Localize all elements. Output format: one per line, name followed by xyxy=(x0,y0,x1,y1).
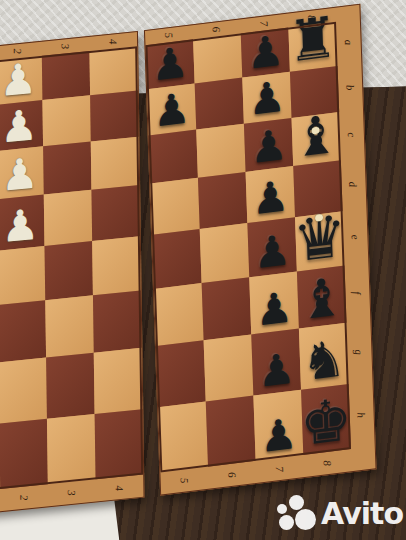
piece-black-pawn-g7[interactable]: ♟ xyxy=(257,347,296,394)
square-c3[interactable] xyxy=(43,142,91,195)
square-e6[interactable] xyxy=(200,223,250,283)
piece-black-pawn-b5[interactable]: ♟ xyxy=(152,87,191,134)
square-g2[interactable] xyxy=(0,358,47,424)
piece-black-pawn-f7[interactable]: ♟ xyxy=(255,286,294,333)
square-e5[interactable] xyxy=(152,229,202,289)
avito-watermark: Avito xyxy=(276,495,403,531)
square-g6[interactable] xyxy=(204,334,254,401)
square-a6[interactable] xyxy=(193,33,242,83)
square-f5[interactable] xyxy=(154,283,204,346)
square-b4[interactable] xyxy=(90,90,138,141)
avito-watermark-text: Avito xyxy=(321,496,403,531)
piece-black-rook-a8[interactable]: ♜ xyxy=(287,9,339,71)
square-f6[interactable] xyxy=(202,277,252,340)
square-d4[interactable] xyxy=(91,185,139,241)
square-h5[interactable] xyxy=(158,401,208,472)
square-h4[interactable] xyxy=(95,409,144,479)
piece-black-pawn-h7[interactable]: ♟ xyxy=(259,412,298,459)
square-f3[interactable] xyxy=(45,295,93,357)
square-e8[interactable]: ♛ xyxy=(295,211,345,271)
square-h7[interactable]: ♟ xyxy=(253,390,303,461)
square-g7[interactable]: ♟ xyxy=(251,329,301,396)
piece-white-pawn-a2[interactable]: ♟ xyxy=(0,57,37,103)
square-b6[interactable] xyxy=(195,78,244,130)
piece-black-knight-g8[interactable]: ♞ xyxy=(301,333,347,389)
square-a5[interactable]: ♟ xyxy=(145,39,194,89)
avito-logo-icon xyxy=(276,495,316,531)
square-c4[interactable] xyxy=(91,137,139,190)
piece-black-pawn-d7[interactable]: ♟ xyxy=(251,175,290,222)
square-d3[interactable] xyxy=(44,190,92,246)
square-g4[interactable] xyxy=(94,348,143,414)
square-g3[interactable] xyxy=(46,353,95,419)
square-b7[interactable]: ♟ xyxy=(242,72,291,124)
square-d5[interactable] xyxy=(150,178,199,235)
piece-black-pawn-e7[interactable]: ♟ xyxy=(253,229,292,276)
square-h6[interactable] xyxy=(206,396,256,467)
square-f4[interactable] xyxy=(93,291,141,353)
square-a3[interactable] xyxy=(42,51,90,100)
chessboard-left-half: ♟♟♟♟12341234 xyxy=(0,31,145,517)
square-c7[interactable]: ♟ xyxy=(244,118,293,172)
square-h3[interactable] xyxy=(47,414,96,484)
square-b5[interactable]: ♟ xyxy=(147,83,196,135)
square-d2[interactable]: ♟ xyxy=(0,195,44,251)
scene: ♟♟♟♟12341234 ♟♟♜♟♟♟♝♟♟♛♟♝♟♞♟♚56785678abc… xyxy=(0,0,406,540)
square-f8[interactable]: ♝ xyxy=(297,266,347,329)
piece-black-queen-e8[interactable]: ♛ xyxy=(292,204,347,271)
piece-black-pawn-a5[interactable]: ♟ xyxy=(151,41,190,88)
square-a7[interactable]: ♟ xyxy=(241,28,290,78)
square-e7[interactable]: ♟ xyxy=(247,217,297,277)
queen-ivory-inlay xyxy=(315,214,323,222)
square-a8[interactable]: ♜ xyxy=(288,22,337,72)
piece-black-pawn-a7[interactable]: ♟ xyxy=(246,29,285,76)
square-e2[interactable] xyxy=(0,246,45,305)
piece-white-pawn-c2[interactable]: ♟ xyxy=(1,152,39,198)
square-c5[interactable] xyxy=(149,130,198,184)
square-a2[interactable]: ♟ xyxy=(0,56,42,105)
piece-black-pawn-c7[interactable]: ♟ xyxy=(249,124,288,171)
square-e4[interactable] xyxy=(92,236,140,295)
square-d7[interactable]: ♟ xyxy=(246,166,295,223)
piece-white-pawn-b2[interactable]: ♟ xyxy=(0,104,38,150)
square-b3[interactable] xyxy=(42,95,90,146)
square-f7[interactable]: ♟ xyxy=(249,271,299,334)
square-g8[interactable]: ♞ xyxy=(299,323,349,390)
square-c6[interactable] xyxy=(196,124,245,178)
chessboard-right-half: ♟♟♜♟♟♟♝♟♟♛♟♝♟♞♟♚56785678abcdefgh xyxy=(144,4,377,496)
square-e3[interactable] xyxy=(44,241,92,300)
square-g5[interactable] xyxy=(156,340,206,407)
square-a4[interactable] xyxy=(89,46,137,95)
square-h2[interactable] xyxy=(0,419,48,489)
piece-black-pawn-b7[interactable]: ♟ xyxy=(248,75,287,122)
square-f2[interactable] xyxy=(0,300,46,362)
folding-chessboard: ♟♟♟♟12341234 ♟♟♜♟♟♟♝♟♟♛♟♝♟♞♟♚56785678abc… xyxy=(0,4,377,521)
piece-black-king-h8[interactable]: ♚ xyxy=(299,390,353,455)
bishop-ivory-inlay xyxy=(312,127,320,135)
piece-white-pawn-d2[interactable]: ♟ xyxy=(1,203,39,249)
square-c2[interactable]: ♟ xyxy=(0,146,44,199)
square-c8[interactable]: ♝ xyxy=(292,112,341,166)
square-b2[interactable]: ♟ xyxy=(0,100,43,151)
square-h8[interactable]: ♚ xyxy=(301,384,351,455)
piece-black-bishop-f8[interactable]: ♝ xyxy=(298,270,346,328)
square-d6[interactable] xyxy=(198,172,247,229)
piece-black-bishop-c8[interactable]: ♝ xyxy=(292,107,340,165)
